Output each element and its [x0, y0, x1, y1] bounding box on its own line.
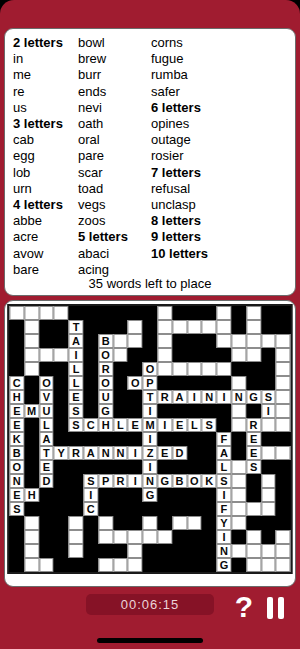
grid-cell[interactable]: G: [217, 558, 232, 572]
word-item: egg: [13, 148, 78, 164]
block-cell: [113, 320, 128, 334]
block-cell: [217, 348, 232, 362]
block-cell: [276, 516, 291, 530]
block-cell: [187, 334, 202, 348]
grid-cell[interactable]: [261, 502, 276, 516]
grid-cell[interactable]: I: [69, 348, 84, 362]
block-cell: [157, 488, 172, 502]
block-cell: [69, 474, 84, 488]
block-cell: [246, 376, 261, 390]
grid-cell[interactable]: [231, 376, 246, 390]
block-cell: [261, 432, 276, 446]
grid-cell[interactable]: H: [9, 390, 24, 404]
grid-cell[interactable]: [172, 516, 187, 530]
grid-cell[interactable]: [246, 502, 261, 516]
grid-cell[interactable]: S: [69, 404, 84, 418]
block-cell: [157, 376, 172, 390]
grid-cell[interactable]: S: [261, 390, 276, 404]
grid-cell[interactable]: [261, 446, 276, 460]
grid-cell[interactable]: [98, 530, 113, 544]
grid-cell[interactable]: [24, 516, 39, 530]
grid-cell[interactable]: [187, 362, 202, 376]
block-cell: [261, 362, 276, 376]
grid-cell[interactable]: B: [172, 474, 187, 488]
pause-icon: [278, 597, 284, 619]
grid-cell[interactable]: [172, 362, 187, 376]
grid-cell[interactable]: [261, 544, 276, 558]
grid-cell[interactable]: O: [98, 376, 113, 390]
grid-cell[interactable]: [231, 516, 246, 530]
grid-cell[interactable]: [24, 320, 39, 334]
grid-cell[interactable]: [69, 530, 84, 544]
grid-cell[interactable]: O: [128, 376, 143, 390]
block-cell: [39, 516, 54, 530]
block-cell: [39, 502, 54, 516]
grid-cell[interactable]: [217, 334, 232, 348]
grid-cell[interactable]: K: [9, 432, 24, 446]
block-cell: [217, 404, 232, 418]
block-cell: [172, 558, 187, 572]
grid-cell[interactable]: [128, 320, 143, 334]
grid-cell[interactable]: [246, 334, 261, 348]
grid-cell[interactable]: [157, 320, 172, 334]
grid-cell[interactable]: [113, 558, 128, 572]
grid-cell[interactable]: I: [261, 404, 276, 418]
word-item: outage: [151, 132, 295, 148]
grid-cell[interactable]: [157, 348, 172, 362]
grid-cell[interactable]: N: [113, 446, 128, 460]
word-item: rumba: [151, 67, 295, 83]
word-item: safer: [151, 84, 295, 100]
grid-cell[interactable]: N: [202, 390, 217, 404]
grid-cell[interactable]: [69, 544, 84, 558]
block-cell: [69, 488, 84, 502]
block-cell: [24, 460, 39, 474]
block-cell: [98, 544, 113, 558]
block-cell: [83, 516, 98, 530]
grid-cell[interactable]: [231, 474, 246, 488]
grid-cell[interactable]: [231, 418, 246, 432]
word-item: brew: [78, 51, 151, 67]
word-length-header: 8 letters: [151, 213, 295, 229]
grid-cell[interactable]: [24, 544, 39, 558]
grid-cell[interactable]: F: [217, 432, 232, 446]
block-cell: [187, 558, 202, 572]
grid-cell[interactable]: C: [83, 418, 98, 432]
grid-cell[interactable]: I: [128, 446, 143, 460]
word-item: opines: [151, 116, 295, 132]
block-cell: [83, 306, 98, 320]
grid-cell[interactable]: [157, 306, 172, 320]
block-cell: [143, 348, 158, 362]
block-cell: [143, 544, 158, 558]
grid-cell[interactable]: Z: [143, 446, 158, 460]
grid-cell[interactable]: H: [98, 418, 113, 432]
block-cell: [9, 516, 24, 530]
grid-cell[interactable]: N: [9, 474, 24, 488]
grid-cell[interactable]: G: [143, 488, 158, 502]
grid-cell[interactable]: [24, 530, 39, 544]
grid-cell[interactable]: [128, 530, 143, 544]
grid-cell[interactable]: [276, 544, 291, 558]
grid-cell[interactable]: P: [98, 474, 113, 488]
block-cell: [83, 376, 98, 390]
block-cell: [54, 432, 69, 446]
grid-cell[interactable]: [276, 376, 291, 390]
grid-cell[interactable]: L: [113, 418, 128, 432]
grid-cell[interactable]: [98, 516, 113, 530]
grid-cell[interactable]: E: [39, 460, 54, 474]
grid-cell[interactable]: [128, 558, 143, 572]
grid-cell[interactable]: A: [217, 446, 232, 460]
grid-cell[interactable]: D: [172, 446, 187, 460]
grid-cell[interactable]: [246, 530, 261, 544]
block-cell: [231, 320, 246, 334]
grid-cell[interactable]: I: [83, 488, 98, 502]
grid-cell[interactable]: [261, 334, 276, 348]
grid-cell[interactable]: L: [69, 362, 84, 376]
grid-cell[interactable]: [172, 320, 187, 334]
word-item: abaci: [78, 246, 151, 262]
grid-cell[interactable]: O: [9, 460, 24, 474]
grid-cell[interactable]: R: [113, 474, 128, 488]
grid-cell[interactable]: [246, 544, 261, 558]
block-cell: [246, 474, 261, 488]
block-cell: [172, 376, 187, 390]
block-cell: [39, 334, 54, 348]
grid-cell[interactable]: [246, 306, 261, 320]
grid-cell[interactable]: N: [217, 544, 232, 558]
grid-cell[interactable]: S: [83, 474, 98, 488]
block-cell: [187, 446, 202, 460]
grid-cell[interactable]: E: [172, 418, 187, 432]
word-item: oath: [78, 116, 151, 132]
grid-cell[interactable]: [24, 306, 39, 320]
grid-cell[interactable]: K: [202, 474, 217, 488]
word-item: nevi: [78, 100, 151, 116]
grid-cell[interactable]: [187, 516, 202, 530]
block-cell: [172, 488, 187, 502]
grid-cell[interactable]: A: [83, 446, 98, 460]
grid-cell[interactable]: [143, 516, 158, 530]
grid-cell[interactable]: B: [98, 334, 113, 348]
grid-cell[interactable]: [276, 348, 291, 362]
block-cell: [54, 544, 69, 558]
help-button[interactable]: ?: [230, 590, 258, 624]
grid-cell[interactable]: L: [39, 418, 54, 432]
grid-cell[interactable]: O: [39, 376, 54, 390]
grid-cell[interactable]: [54, 306, 69, 320]
grid-cell[interactable]: H: [24, 488, 39, 502]
grid-cell[interactable]: [157, 334, 172, 348]
grid-cell[interactable]: [39, 306, 54, 320]
block-cell: [113, 306, 128, 320]
grid-cell[interactable]: I: [128, 474, 143, 488]
block-cell: [172, 544, 187, 558]
grid-cell[interactable]: E: [246, 432, 261, 446]
grid-cell[interactable]: [276, 558, 291, 572]
grid-cell[interactable]: [39, 348, 54, 362]
grid-cell[interactable]: R: [98, 362, 113, 376]
grid-cell[interactable]: [276, 390, 291, 404]
block-cell: [172, 334, 187, 348]
block-cell: [24, 502, 39, 516]
grid-cell[interactable]: O: [98, 348, 113, 362]
block-cell: [83, 334, 98, 348]
grid-cell[interactable]: L: [69, 376, 84, 390]
block-cell: [231, 530, 246, 544]
grid-cell[interactable]: [231, 334, 246, 348]
grid-cell[interactable]: R: [246, 418, 261, 432]
grid-cell[interactable]: S: [246, 460, 261, 474]
block-cell: [54, 390, 69, 404]
block-cell: [276, 460, 291, 474]
timer-pill: 00:06:15: [86, 594, 214, 615]
block-cell: [98, 306, 113, 320]
block-cell: [113, 390, 128, 404]
block-cell: [69, 306, 84, 320]
block-cell: [143, 334, 158, 348]
grid-cell[interactable]: P: [143, 376, 158, 390]
block-cell: [39, 320, 54, 334]
block-cell: [172, 404, 187, 418]
grid-cell[interactable]: S: [69, 418, 84, 432]
block-cell: [54, 488, 69, 502]
words-left-status: 35 words left to place: [5, 276, 295, 291]
grid-cell[interactable]: Y: [54, 446, 69, 460]
grid-cell[interactable]: O: [143, 362, 158, 376]
grid-cell[interactable]: [276, 334, 291, 348]
home-indicator[interactable]: [97, 638, 203, 643]
block-cell: [128, 502, 143, 516]
grid-cell[interactable]: [261, 418, 276, 432]
grid-cell[interactable]: D: [39, 474, 54, 488]
block-cell: [54, 362, 69, 376]
grid-cell[interactable]: M: [143, 418, 158, 432]
grid-cell[interactable]: [9, 306, 24, 320]
word-item: in: [13, 51, 78, 67]
block-cell: [113, 488, 128, 502]
grid-cell[interactable]: A: [39, 432, 54, 446]
block-cell: [39, 362, 54, 376]
grid-cell[interactable]: I: [217, 488, 232, 502]
grid-cell[interactable]: [24, 334, 39, 348]
grid-cell[interactable]: E: [246, 446, 261, 460]
grid-cell[interactable]: A: [172, 390, 187, 404]
block-cell: [128, 306, 143, 320]
grid-cell[interactable]: A: [69, 334, 84, 348]
grid-cell[interactable]: [217, 320, 232, 334]
grid-cell[interactable]: [276, 362, 291, 376]
block-cell: [83, 544, 98, 558]
block-cell: [172, 460, 187, 474]
grid-cell[interactable]: E: [9, 404, 24, 418]
grid-cell[interactable]: L: [217, 460, 232, 474]
word-length-header: 6 letters: [151, 100, 295, 116]
grid-cell[interactable]: [113, 334, 128, 348]
grid-cell[interactable]: M: [24, 404, 39, 418]
grid-cell[interactable]: L: [187, 418, 202, 432]
grid-cell[interactable]: [246, 558, 261, 572]
word-item: avow: [13, 246, 78, 262]
word-length-header: 10 letters: [151, 246, 295, 262]
grid-cell[interactable]: I: [217, 390, 232, 404]
grid-cell[interactable]: T: [143, 390, 158, 404]
grid-cell[interactable]: R: [69, 446, 84, 460]
block-cell: [261, 516, 276, 530]
block-cell: [276, 474, 291, 488]
block-cell: [113, 460, 128, 474]
grid-cell[interactable]: [261, 558, 276, 572]
grid-cell[interactable]: [231, 488, 246, 502]
block-cell: [202, 432, 217, 446]
grid-cell[interactable]: N: [98, 446, 113, 460]
block-cell: [9, 544, 24, 558]
block-cell: [246, 404, 261, 418]
block-cell: [54, 558, 69, 572]
grid-cell[interactable]: [24, 348, 39, 362]
grid-cell[interactable]: [231, 404, 246, 418]
block-cell: [202, 516, 217, 530]
grid-cell[interactable]: [202, 362, 217, 376]
grid-cell[interactable]: T: [69, 320, 84, 334]
block-cell: [113, 362, 128, 376]
block-cell: [172, 530, 187, 544]
grid-cell[interactable]: V: [39, 390, 54, 404]
pause-button[interactable]: [263, 596, 287, 620]
word-item: corns: [151, 35, 295, 51]
grid-cell[interactable]: N: [143, 474, 158, 488]
grid-cell[interactable]: [246, 348, 261, 362]
grid-cell[interactable]: [246, 320, 261, 334]
word-list-panel: 2 lettersinmereus3 letterscabeggloburn4 …: [4, 28, 296, 296]
block-cell: [128, 516, 143, 530]
block-cell: [128, 460, 143, 474]
block-cell: [83, 362, 98, 376]
word-item: unclasp: [151, 197, 295, 213]
block-cell: [83, 390, 98, 404]
block-cell: [276, 306, 291, 320]
grid-cell[interactable]: G: [157, 474, 172, 488]
block-cell: [113, 404, 128, 418]
grid-cell[interactable]: B: [9, 446, 24, 460]
block-cell: [69, 502, 84, 516]
grid-cell[interactable]: Y: [217, 516, 232, 530]
block-cell: [143, 306, 158, 320]
word-item: cab: [13, 132, 78, 148]
grid-cell[interactable]: [217, 306, 232, 320]
grid-cell[interactable]: [143, 530, 158, 544]
block-cell: [128, 432, 143, 446]
grid-cell[interactable]: [261, 488, 276, 502]
block-cell: [202, 446, 217, 460]
grid-cell[interactable]: [217, 362, 232, 376]
grid-cell[interactable]: T: [39, 446, 54, 460]
grid-cell[interactable]: C: [83, 502, 98, 516]
grid-cell[interactable]: O: [187, 474, 202, 488]
block-cell: [128, 488, 143, 502]
grid-cell[interactable]: U: [98, 390, 113, 404]
grid-cell[interactable]: I: [187, 390, 202, 404]
word-item: urn: [13, 181, 78, 197]
block-cell: [157, 558, 172, 572]
grid-cell[interactable]: R: [157, 390, 172, 404]
puzzle-grid[interactable]: TABIOLROCOLOOPHVEUTRAININGSEMUSGIIELSCHL…: [9, 306, 290, 572]
grid-cell[interactable]: [98, 558, 113, 572]
grid-cell[interactable]: [24, 362, 39, 376]
grid-cell[interactable]: [113, 348, 128, 362]
word-item: refusal: [151, 181, 295, 197]
grid-cell[interactable]: S: [9, 502, 24, 516]
grid-cell[interactable]: I: [143, 404, 158, 418]
block-cell: [39, 530, 54, 544]
grid-cell[interactable]: [276, 530, 291, 544]
block-cell: [83, 348, 98, 362]
block-cell: [83, 460, 98, 474]
grid-cell[interactable]: N: [231, 390, 246, 404]
grid-cell[interactable]: [187, 320, 202, 334]
grid-cell[interactable]: I: [143, 460, 158, 474]
grid-cell[interactable]: [113, 530, 128, 544]
grid-cell[interactable]: I: [157, 418, 172, 432]
grid-cell[interactable]: U: [39, 404, 54, 418]
grid-cell[interactable]: [39, 558, 54, 572]
grid-cell[interactable]: S: [217, 474, 232, 488]
grid-cell[interactable]: [202, 320, 217, 334]
grid-cell[interactable]: [231, 544, 246, 558]
block-cell: [261, 306, 276, 320]
word-length-header: 4 letters: [13, 197, 78, 213]
block-cell: [202, 460, 217, 474]
grid-cell[interactable]: [276, 404, 291, 418]
grid-cell[interactable]: [231, 460, 246, 474]
word-column-1: 2 lettersinmereus3 letterscabeggloburn4 …: [13, 35, 78, 278]
grid-cell[interactable]: [157, 530, 172, 544]
grid-cell[interactable]: [231, 348, 246, 362]
grid-cell[interactable]: [276, 418, 291, 432]
grid-cell[interactable]: E: [9, 418, 24, 432]
grid-cell[interactable]: E: [9, 488, 24, 502]
grid-cell[interactable]: [128, 334, 143, 348]
block-cell: [261, 460, 276, 474]
grid-cell[interactable]: S: [202, 418, 217, 432]
grid-cell[interactable]: [54, 348, 69, 362]
block-cell: [187, 544, 202, 558]
block-cell: [128, 362, 143, 376]
grid-cell[interactable]: G: [98, 404, 113, 418]
grid-cell[interactable]: E: [157, 446, 172, 460]
grid-cell[interactable]: [24, 558, 39, 572]
grid-cell[interactable]: I: [217, 530, 232, 544]
block-cell: [54, 502, 69, 516]
block-cell: [276, 320, 291, 334]
grid-cell[interactable]: E: [69, 390, 84, 404]
block-cell: [157, 404, 172, 418]
block-cell: [246, 516, 261, 530]
grid-cell[interactable]: [261, 474, 276, 488]
grid-cell[interactable]: [276, 446, 291, 460]
grid-cell[interactable]: F: [217, 502, 232, 516]
grid-cell[interactable]: C: [9, 376, 24, 390]
grid-cell[interactable]: [157, 362, 172, 376]
grid-cell[interactable]: I: [143, 432, 158, 446]
grid-cell[interactable]: G: [246, 390, 261, 404]
grid-cell[interactable]: [69, 516, 84, 530]
grid-cell[interactable]: E: [128, 418, 143, 432]
grid-cell[interactable]: [231, 502, 246, 516]
block-cell: [261, 530, 276, 544]
grid-cell[interactable]: [128, 544, 143, 558]
